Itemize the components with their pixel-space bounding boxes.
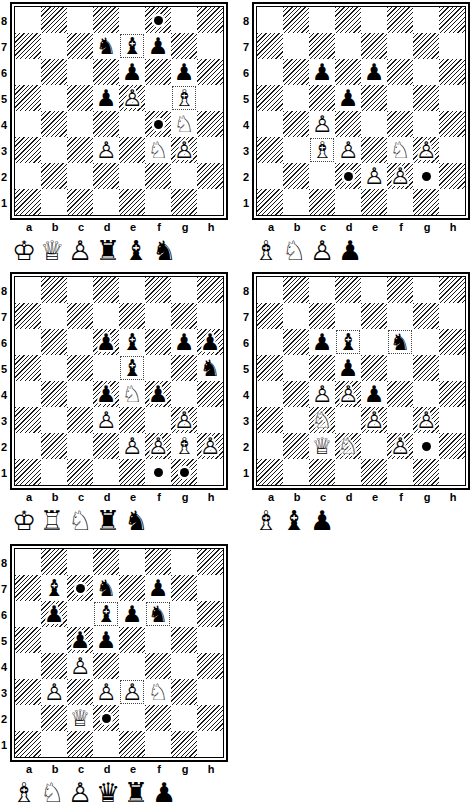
square-d1 <box>93 459 119 485</box>
marker-dot-g2 <box>422 442 431 451</box>
black-piece-e6: ♟ <box>361 59 387 85</box>
white-piece-c4: ♙ <box>309 381 335 407</box>
white-piece-f2: ♙ <box>387 163 413 189</box>
diagram-1-rank-labels: 87654321 <box>0 2 10 216</box>
square-g3: ♙ <box>413 407 439 433</box>
square-a5 <box>257 85 283 111</box>
rank-label-6: 6 <box>0 602 10 628</box>
square-h4 <box>197 381 223 407</box>
rank-label-1: 1 <box>236 460 252 486</box>
tray-black-piece-1: ♝ <box>280 505 308 536</box>
square-e8 <box>119 7 145 33</box>
square-c8 <box>309 7 335 33</box>
black-piece-f4: ♟ <box>145 381 171 407</box>
square-h2: ♙ <box>197 433 223 459</box>
black-piece-h6: ♟ <box>197 329 223 355</box>
diagram-5-board-frame: ♝♞♟♟♝♟♞♟♟♙♙♙♙♘♕ <box>10 544 228 762</box>
square-f7 <box>387 303 413 329</box>
file-label-c: c <box>68 220 94 234</box>
square-e1 <box>119 731 145 757</box>
black-piece-e6: ♝ <box>119 329 145 355</box>
black-piece-d6: ♟ <box>93 329 119 355</box>
square-c5: ♟ <box>67 627 93 653</box>
square-b8 <box>41 277 67 303</box>
square-g6: ♟ <box>171 329 197 355</box>
square-b3: ♙ <box>41 679 67 705</box>
rank-label-2: 2 <box>236 164 252 190</box>
black-piece-d7: ♞ <box>93 575 119 601</box>
square-h3 <box>197 407 223 433</box>
square-c3 <box>67 679 93 705</box>
rank-label-6: 6 <box>236 60 252 86</box>
square-d3: ♙ <box>93 137 119 163</box>
square-e3 <box>119 137 145 163</box>
square-a4 <box>257 381 283 407</box>
white-piece-g3: ♙ <box>413 137 439 163</box>
square-a1 <box>15 459 41 485</box>
square-g5 <box>171 627 197 653</box>
square-c3: ♘ <box>309 407 335 433</box>
tray-white-piece-0: ♔ <box>10 505 38 536</box>
marker-dot-f1 <box>154 468 163 477</box>
tray-white-piece-1: ♘ <box>280 235 308 266</box>
tray-white-piece-0: ♗ <box>10 777 38 806</box>
square-g4 <box>413 381 439 407</box>
square-f2 <box>145 705 171 731</box>
file-label-a: a <box>258 490 284 504</box>
square-f3: ♘ <box>145 137 171 163</box>
tray-black-piece-5: ♟ <box>150 777 178 806</box>
square-a1 <box>257 459 283 485</box>
rank-label-4: 4 <box>0 112 10 138</box>
white-piece-d3: ♙ <box>93 137 119 163</box>
rank-label-5: 5 <box>236 86 252 112</box>
square-c5 <box>67 85 93 111</box>
white-piece-b3: ♙ <box>41 679 67 705</box>
marker-dot-d2 <box>344 172 353 181</box>
square-e2 <box>119 705 145 731</box>
square-h1 <box>197 459 223 485</box>
file-label-e: e <box>120 220 146 234</box>
square-d8 <box>93 277 119 303</box>
square-e3: ♙ <box>119 679 145 705</box>
square-c2: ♕ <box>309 433 335 459</box>
marker-dot-g2 <box>422 172 431 181</box>
square-d2 <box>93 433 119 459</box>
square-g2: ♗ <box>171 433 197 459</box>
square-f5 <box>145 355 171 381</box>
file-label-b: b <box>42 762 68 776</box>
square-c5 <box>67 355 93 381</box>
square-h1 <box>197 189 223 215</box>
square-c6 <box>67 329 93 355</box>
square-g7 <box>171 303 197 329</box>
square-h5 <box>439 85 465 111</box>
square-g8 <box>171 7 197 33</box>
square-a7 <box>257 303 283 329</box>
square-b4 <box>283 381 309 407</box>
square-f6: ♞ <box>145 601 171 627</box>
square-c2: ♕ <box>67 705 93 731</box>
square-a3 <box>257 407 283 433</box>
square-b2 <box>283 163 309 189</box>
rank-label-8: 8 <box>0 550 10 576</box>
square-g4 <box>171 381 197 407</box>
white-piece-g3: ♙ <box>171 137 197 163</box>
square-d5 <box>93 355 119 381</box>
square-e1 <box>361 459 387 485</box>
rank-label-8: 8 <box>0 278 10 304</box>
square-e4 <box>361 111 387 137</box>
square-a3 <box>15 137 41 163</box>
diagram-1: 87654321 ♞♝♟♟♟♟♙♗♘♙♘♙ abcdefgh ♔♕♙♜♝♞ <box>0 2 228 266</box>
file-label-g: g <box>414 490 440 504</box>
square-d1 <box>335 189 361 215</box>
tray-black-piece-4: ♝ <box>122 235 150 266</box>
diagram-2: 87654321 ♟♟♟♙♗♙♘♙♙♙ abcdefgh ♗♘♙♟ <box>236 2 470 266</box>
square-e8 <box>361 277 387 303</box>
square-d6 <box>93 59 119 85</box>
square-d6: ♝ <box>93 601 119 627</box>
square-a7 <box>15 575 41 601</box>
black-piece-f7: ♟ <box>145 33 171 59</box>
file-label-c: c <box>310 220 336 234</box>
square-g1 <box>413 459 439 485</box>
square-f5 <box>145 85 171 111</box>
square-h6 <box>439 329 465 355</box>
rank-label-8: 8 <box>236 8 252 34</box>
square-b1 <box>41 731 67 757</box>
square-d6: ♟ <box>93 329 119 355</box>
white-piece-g3: ♙ <box>171 407 197 433</box>
square-d7 <box>335 33 361 59</box>
diagram-4-file-labels: abcdefgh <box>258 490 470 504</box>
square-g8 <box>171 277 197 303</box>
square-c7 <box>67 33 93 59</box>
square-f6: ♞ <box>387 329 413 355</box>
file-label-e: e <box>120 762 146 776</box>
diagram-3-file-labels: abcdefgh <box>16 490 228 504</box>
square-h2 <box>439 433 465 459</box>
square-c7 <box>309 303 335 329</box>
square-h3 <box>197 137 223 163</box>
rank-label-6: 6 <box>236 330 252 356</box>
white-piece-f2: ♙ <box>387 433 413 459</box>
rank-label-4: 4 <box>236 112 252 138</box>
square-g7 <box>413 303 439 329</box>
square-c4 <box>67 381 93 407</box>
square-e7 <box>361 303 387 329</box>
square-e2 <box>119 163 145 189</box>
square-c6 <box>67 59 93 85</box>
tray-black-piece-4: ♞ <box>122 505 150 536</box>
square-h3 <box>197 679 223 705</box>
square-a2 <box>257 433 283 459</box>
square-b2 <box>41 163 67 189</box>
square-c6: ♟ <box>309 329 335 355</box>
square-f3: ♘ <box>145 679 171 705</box>
square-f3 <box>145 407 171 433</box>
tray-black-piece-3: ♛ <box>94 777 122 806</box>
square-a1 <box>15 189 41 215</box>
square-e4 <box>119 653 145 679</box>
file-label-c: c <box>310 490 336 504</box>
diagram-5-file-labels: abcdefgh <box>16 762 228 776</box>
file-label-a: a <box>258 220 284 234</box>
square-d3: ♙ <box>93 407 119 433</box>
rank-label-8: 8 <box>0 8 10 34</box>
square-a4 <box>15 111 41 137</box>
rank-label-3: 3 <box>0 680 10 706</box>
square-g5 <box>413 355 439 381</box>
black-piece-d6: ♝ <box>93 601 119 627</box>
square-h8 <box>439 277 465 303</box>
white-piece-e5: ♙ <box>119 85 145 111</box>
white-piece-f3: ♘ <box>387 137 413 163</box>
square-f8 <box>387 277 413 303</box>
square-f8 <box>145 277 171 303</box>
square-h2 <box>197 705 223 731</box>
tray-black-piece-3: ♜ <box>94 505 122 536</box>
square-d6: ♝ <box>335 329 361 355</box>
square-a6 <box>15 59 41 85</box>
black-piece-e7: ♝ <box>119 33 145 59</box>
white-piece-f3: ♘ <box>145 137 171 163</box>
square-h7 <box>197 33 223 59</box>
square-c3 <box>67 137 93 163</box>
square-a6 <box>257 59 283 85</box>
file-label-f: f <box>388 490 414 504</box>
square-f2: ♙ <box>145 433 171 459</box>
square-d5: ♟ <box>93 85 119 111</box>
file-label-c: c <box>68 490 94 504</box>
file-label-f: f <box>146 490 172 504</box>
square-d6 <box>335 59 361 85</box>
square-c2 <box>67 163 93 189</box>
square-c2 <box>67 433 93 459</box>
square-f6 <box>145 59 171 85</box>
white-piece-e3: ♙ <box>119 679 145 705</box>
square-b8 <box>41 7 67 33</box>
rank-label-5: 5 <box>0 628 10 654</box>
square-b6: ♟ <box>41 601 67 627</box>
square-c8 <box>67 7 93 33</box>
square-a3 <box>15 407 41 433</box>
black-piece-e4: ♟ <box>361 381 387 407</box>
square-e2: ♙ <box>119 433 145 459</box>
file-label-h: h <box>198 220 224 234</box>
rank-label-7: 7 <box>0 304 10 330</box>
square-e2: ♙ <box>361 163 387 189</box>
square-f6 <box>387 59 413 85</box>
square-h3 <box>439 407 465 433</box>
square-a3 <box>257 137 283 163</box>
square-e8 <box>119 549 145 575</box>
black-piece-d5: ♟ <box>93 627 119 653</box>
square-h3 <box>439 137 465 163</box>
square-g3: ♙ <box>413 137 439 163</box>
square-b4 <box>283 111 309 137</box>
white-piece-d4: ♙ <box>335 381 361 407</box>
square-b3 <box>41 137 67 163</box>
square-d4 <box>335 111 361 137</box>
square-a8 <box>15 7 41 33</box>
square-c4: ♙ <box>67 653 93 679</box>
square-g8 <box>413 277 439 303</box>
square-f7 <box>145 303 171 329</box>
square-d2 <box>93 163 119 189</box>
white-piece-c2: ♕ <box>309 433 335 459</box>
square-e6: ♟ <box>119 59 145 85</box>
square-e6 <box>361 329 387 355</box>
square-e2 <box>361 433 387 459</box>
square-a3 <box>15 679 41 705</box>
square-a7 <box>15 303 41 329</box>
square-e8 <box>119 277 145 303</box>
square-f4 <box>145 653 171 679</box>
square-d5: ♟ <box>335 85 361 111</box>
tray-black-piece-3: ♟ <box>336 235 364 266</box>
rank-label-3: 3 <box>236 408 252 434</box>
square-d3 <box>335 407 361 433</box>
square-g7 <box>171 33 197 59</box>
square-e1 <box>119 459 145 485</box>
white-piece-g4: ♘ <box>171 111 197 137</box>
diagram-4-rank-labels: 87654321 <box>236 272 252 486</box>
square-e1 <box>361 189 387 215</box>
square-b5 <box>41 355 67 381</box>
rank-label-1: 1 <box>0 732 10 758</box>
tray-white-piece-2: ♙ <box>308 235 336 266</box>
square-d2 <box>335 163 361 189</box>
marker-dot-f8 <box>154 16 163 25</box>
square-g6 <box>413 329 439 355</box>
square-g1 <box>171 459 197 485</box>
black-piece-d5: ♟ <box>335 85 361 111</box>
rank-label-5: 5 <box>0 86 10 112</box>
diagram-4-board-frame: ♟♝♞♟♙♙♟♘♙♙♕♘♙ <box>252 272 470 490</box>
square-g4 <box>171 653 197 679</box>
square-g1 <box>413 189 439 215</box>
square-b6 <box>41 59 67 85</box>
white-piece-e2: ♙ <box>361 163 387 189</box>
rank-label-5: 5 <box>236 356 252 382</box>
square-g5 <box>171 355 197 381</box>
square-f7 <box>387 33 413 59</box>
square-h8 <box>439 7 465 33</box>
white-piece-h2: ♙ <box>197 433 223 459</box>
square-f1 <box>145 189 171 215</box>
square-h7 <box>439 303 465 329</box>
rank-label-1: 1 <box>0 460 10 486</box>
tray-white-piece-1: ♕ <box>38 235 66 266</box>
square-e7 <box>361 33 387 59</box>
square-h5 <box>439 355 465 381</box>
square-c6 <box>67 601 93 627</box>
rank-label-4: 4 <box>0 382 10 408</box>
square-e3 <box>119 407 145 433</box>
square-d1 <box>93 189 119 215</box>
square-h6 <box>439 59 465 85</box>
square-c6: ♟ <box>309 59 335 85</box>
square-d4 <box>93 111 119 137</box>
black-piece-f6: ♞ <box>387 329 413 355</box>
square-b5 <box>41 85 67 111</box>
square-g5 <box>413 85 439 111</box>
white-piece-e3: ♙ <box>361 407 387 433</box>
diagram-4: 87654321 ♟♝♞♟♙♙♟♘♙♙♕♘♙ abcdefgh ♗♝♟ <box>236 272 470 536</box>
black-piece-c5: ♟ <box>67 627 93 653</box>
rank-label-5: 5 <box>0 356 10 382</box>
square-e3: ♙ <box>361 407 387 433</box>
black-piece-e6: ♟ <box>119 601 145 627</box>
black-piece-f6: ♞ <box>145 601 171 627</box>
file-label-g: g <box>414 220 440 234</box>
square-h2 <box>439 163 465 189</box>
white-piece-d3: ♙ <box>335 137 361 163</box>
diagram-4-board: ♟♝♞♟♙♙♟♘♙♙♕♘♙ <box>257 277 465 485</box>
tray-black-piece-2: ♟ <box>308 505 336 536</box>
square-g6 <box>171 601 197 627</box>
diagram-5-board: ♝♞♟♟♝♟♞♟♟♙♙♙♙♘♕ <box>15 549 223 757</box>
square-a5 <box>15 627 41 653</box>
square-g2 <box>171 163 197 189</box>
square-b8 <box>283 277 309 303</box>
square-h5: ♞ <box>197 355 223 381</box>
rank-label-3: 3 <box>0 138 10 164</box>
square-a6 <box>15 329 41 355</box>
square-h8 <box>197 277 223 303</box>
square-c7 <box>309 33 335 59</box>
file-label-c: c <box>68 762 94 776</box>
tray-white-piece-1: ♘ <box>38 777 66 806</box>
square-f4 <box>145 111 171 137</box>
square-h8 <box>197 549 223 575</box>
square-b1 <box>41 189 67 215</box>
file-label-a: a <box>16 490 42 504</box>
square-h4 <box>197 111 223 137</box>
square-b4 <box>41 381 67 407</box>
file-label-d: d <box>94 220 120 234</box>
square-b8 <box>41 549 67 575</box>
square-d7 <box>335 303 361 329</box>
white-piece-f3: ♘ <box>145 679 171 705</box>
square-d4: ♟ <box>93 381 119 407</box>
square-b3 <box>283 407 309 433</box>
diagram-2-board-frame: ♟♟♟♙♗♙♘♙♙♙ <box>252 2 470 220</box>
tray-white-piece-0: ♔ <box>10 235 38 266</box>
square-c8 <box>67 549 93 575</box>
black-piece-d7: ♞ <box>93 33 119 59</box>
black-piece-g6: ♟ <box>171 329 197 355</box>
rank-label-4: 4 <box>236 382 252 408</box>
square-e7 <box>119 303 145 329</box>
square-d1 <box>335 459 361 485</box>
square-b7: ♝ <box>41 575 67 601</box>
square-a5 <box>15 355 41 381</box>
square-g4 <box>413 111 439 137</box>
square-a1 <box>257 189 283 215</box>
diagram-2-piece-tray: ♗♘♙♟ <box>252 235 470 266</box>
square-e5 <box>361 355 387 381</box>
square-d8 <box>93 7 119 33</box>
square-e5 <box>119 627 145 653</box>
square-d5: ♟ <box>93 627 119 653</box>
square-d8 <box>335 7 361 33</box>
square-d8 <box>335 277 361 303</box>
square-f1 <box>387 459 413 485</box>
square-a2 <box>15 705 41 731</box>
